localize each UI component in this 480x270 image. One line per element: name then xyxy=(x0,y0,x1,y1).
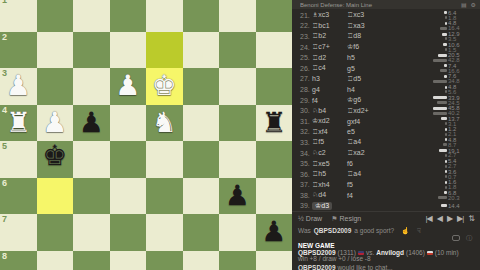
nav-last-icon[interactable]: ▶| xyxy=(457,215,463,223)
move-29-black[interactable]: ♔g6 xyxy=(347,96,389,104)
move-row-35: 35.♖xe5f65.42.7 xyxy=(300,158,480,169)
square-h3[interactable]: 3♟ xyxy=(0,68,37,105)
square-f8[interactable] xyxy=(73,251,110,270)
black-rook[interactable]: ♜ xyxy=(256,105,293,142)
black-time-bar: 1.8 xyxy=(432,15,480,20)
move-number: 26. xyxy=(300,65,312,72)
square-c1[interactable] xyxy=(183,0,220,32)
black-time-bar: 40.2 xyxy=(432,111,480,116)
move-33-black[interactable]: ♖a4 xyxy=(347,138,389,146)
square-b1[interactable] xyxy=(219,0,256,32)
square-b3[interactable] xyxy=(219,68,256,105)
black-king[interactable]: ♚ xyxy=(37,138,74,175)
draw-label: Draw xyxy=(306,215,322,222)
rank-label-6: 6 xyxy=(2,179,7,188)
move-25-black[interactable]: h5 xyxy=(347,54,389,61)
square-d3[interactable]: ♚ xyxy=(146,68,183,105)
move-times: 10.61.5 xyxy=(432,42,480,52)
new-game-title: NEW GAME xyxy=(298,242,474,249)
square-a5[interactable] xyxy=(256,141,293,178)
square-a3[interactable] xyxy=(256,68,293,105)
square-d2[interactable] xyxy=(146,32,183,69)
move-number: 27. xyxy=(300,75,312,82)
square-d7[interactable] xyxy=(146,214,183,251)
move-24-black[interactable]: ♔f6 xyxy=(347,43,389,51)
square-d5[interactable] xyxy=(146,141,183,178)
sport-suffix: a good sport? xyxy=(354,227,394,234)
black-time-bar: 16.6 xyxy=(432,68,480,73)
move-38-black[interactable]: f4 xyxy=(347,192,389,199)
black-time-bar: 1.5 xyxy=(432,47,480,52)
black-time-bar: 16.4 xyxy=(432,26,480,31)
chat-message: QBPSD2009 would like to chat... xyxy=(292,262,480,270)
move-30-white[interactable]: ♘b4 xyxy=(312,107,347,115)
chess-board[interactable]: 123♟♟♚4♜♟♟♞♜5♚6♟7♟8 xyxy=(0,0,292,270)
chat-username: QBPSD2009 xyxy=(298,264,336,270)
move-number: 35. xyxy=(300,160,312,167)
black-pawn[interactable]: ♟ xyxy=(73,105,110,142)
rank-label-1: 1 xyxy=(2,0,7,5)
square-e2[interactable] xyxy=(110,32,147,69)
game-sidebar: Benoni Defense: Main Line ▤ ⚙ 21.♗xc3♖xc… xyxy=(292,0,480,270)
move-23-white[interactable]: ♖b2 xyxy=(312,32,347,40)
move-25-white[interactable]: ♖d2 xyxy=(312,54,347,62)
square-b4[interactable] xyxy=(219,105,256,142)
nav-next-icon[interactable]: ▶ xyxy=(447,215,452,223)
move-32-black[interactable]: e5 xyxy=(347,128,389,135)
move-34-white[interactable]: ♘c2 xyxy=(312,149,347,157)
black-time-bar: 0.7 xyxy=(432,174,480,179)
move-times: 20.542.8 xyxy=(432,53,480,63)
chess-app: 123♟♟♚4♜♟♟♞♜5♚6♟7♟8 Benoni Defense: Main… xyxy=(0,0,480,270)
square-e1[interactable] xyxy=(110,0,147,32)
square-f3[interactable] xyxy=(73,68,110,105)
move-row-39: 39.♔d314.4 xyxy=(300,201,480,212)
black-time-bar: 3.1 xyxy=(432,121,480,126)
square-e4[interactable] xyxy=(110,105,147,142)
move-21-black[interactable]: ♖xc3 xyxy=(347,11,389,19)
square-f6[interactable] xyxy=(73,178,110,215)
move-number: 22. xyxy=(300,22,312,29)
move-row-32: 32.♖xf4e51.22.1 xyxy=(300,127,480,138)
resign-flag-icon: ⚑ xyxy=(331,215,337,222)
white-time-bar: 14.4 xyxy=(432,204,480,209)
move-33-white[interactable]: ♖f5 xyxy=(312,138,347,146)
move-23-black[interactable]: ♖d8 xyxy=(347,32,389,40)
move-35-black[interactable]: f6 xyxy=(347,160,389,167)
square-h7[interactable]: 7 xyxy=(0,214,37,251)
openings-book-icon[interactable]: ▤ xyxy=(461,2,467,8)
move-number: 32. xyxy=(300,128,312,135)
move-times: 14.4 xyxy=(432,204,480,209)
new-game-panel: NEW GAME QBPSD2009 (1311) vs. Anvilogd (… xyxy=(292,241,480,262)
move-row-29: 29.f4♔g633.924.5 xyxy=(300,95,480,106)
move-times: 4.85.6 xyxy=(432,85,480,95)
square-f2[interactable] xyxy=(73,32,110,69)
move-row-33: 33.♖f5♖a44.88.7 xyxy=(300,137,480,148)
sport-prefix: Was xyxy=(298,227,311,234)
move-37-white[interactable]: ♖xh4 xyxy=(312,181,347,189)
square-f4[interactable]: ♟ xyxy=(73,105,110,142)
move-22-black[interactable]: ♖xa3 xyxy=(347,22,389,30)
square-f5[interactable] xyxy=(73,141,110,178)
move-number: 37. xyxy=(300,181,312,188)
move-times: 4.88.7 xyxy=(432,138,480,148)
draw-button[interactable]: ½ Draw xyxy=(298,215,322,222)
black-pawn[interactable]: ♟ xyxy=(219,178,256,215)
square-d8[interactable] xyxy=(146,251,183,270)
move-21-white[interactable]: ♗xc3 xyxy=(312,11,347,19)
move-times: 4.816.4 xyxy=(432,21,480,31)
move-times: 7.416.6 xyxy=(432,63,480,73)
black-time-bar: 2.7 xyxy=(432,164,480,169)
move-number: 34. xyxy=(300,150,312,157)
time-control: (10 min) xyxy=(435,249,459,256)
white-rook[interactable]: ♜ xyxy=(0,105,37,142)
move-times: 45.840.2 xyxy=(432,106,480,116)
move-row-34: 34.♘c2♖xa219.12.7 xyxy=(300,148,480,159)
black-time-bar: 3.5 xyxy=(432,36,480,41)
square-h2[interactable]: 2 xyxy=(0,32,37,69)
square-d4[interactable]: ♞ xyxy=(146,105,183,142)
opening-name: Benoni Defense: Main Line xyxy=(300,2,457,8)
move-row-22: 22.♖bc1♖xa34.816.4 xyxy=(300,21,480,32)
square-h6[interactable]: 6 xyxy=(0,178,37,215)
square-b6[interactable]: ♟ xyxy=(219,178,256,215)
move-number: 30. xyxy=(300,107,312,114)
move-row-26: 26.♖c4g57.416.6 xyxy=(300,63,480,74)
square-a1[interactable] xyxy=(256,0,293,32)
resign-label: Resign xyxy=(339,215,361,222)
black-player-name[interactable]: Anvilogd xyxy=(376,249,404,256)
square-c5[interactable] xyxy=(183,141,220,178)
white-king[interactable]: ♚ xyxy=(146,68,183,105)
move-24-white[interactable]: ♖c7+ xyxy=(312,43,347,51)
move-36-black[interactable]: ♖a4 xyxy=(347,170,389,178)
move-26-white[interactable]: ♖c4 xyxy=(312,64,347,72)
square-c6[interactable] xyxy=(183,178,220,215)
move-times: 7.634.8 xyxy=(432,74,480,84)
move-26-black[interactable]: g5 xyxy=(347,65,389,72)
move-32-white[interactable]: ♖xf4 xyxy=(312,128,347,136)
move-39-white[interactable]: ♔d3 xyxy=(312,202,347,210)
square-g6[interactable] xyxy=(37,178,74,215)
move-times: 1.22.1 xyxy=(432,127,480,137)
game-controls: ½ Draw ⚑ Resign |◀◀▶▶|⇅ xyxy=(292,211,480,225)
square-b7[interactable] xyxy=(219,214,256,251)
square-f1[interactable] xyxy=(73,0,110,32)
black-time-bar: 5.6 xyxy=(432,89,480,94)
square-g5[interactable]: ♚ xyxy=(37,141,74,178)
square-g8[interactable] xyxy=(37,251,74,270)
move-nav-controls: |◀◀▶▶|⇅ xyxy=(426,215,474,223)
move-34-black[interactable]: ♖xa2 xyxy=(347,149,389,157)
square-d6[interactable] xyxy=(146,178,183,215)
move-28-white[interactable]: g4 xyxy=(312,86,347,93)
move-row-37: 37.♖xh4f51.61.8 xyxy=(300,180,480,191)
square-h8[interactable]: 8 xyxy=(0,251,37,270)
thumbs-up-icon[interactable]: ☝ xyxy=(401,227,410,234)
move-number: 39. xyxy=(300,202,312,209)
black-time-bar: 34.8 xyxy=(432,79,480,84)
black-time-bar: 42.8 xyxy=(432,58,480,63)
square-a6[interactable] xyxy=(256,178,293,215)
move-number: 36. xyxy=(300,171,312,178)
move-row-38: 38.♘d4f46.820.3 xyxy=(300,190,480,201)
move-times: 1.61.8 xyxy=(432,180,480,190)
square-a8[interactable] xyxy=(256,251,293,270)
square-c2[interactable] xyxy=(183,32,220,69)
half-point-icon: ½ xyxy=(298,215,304,222)
move-list: 21.♗xc3♖xc36.41.822.♖bc1♖xa34.816.423.♖b… xyxy=(292,9,480,211)
move-row-24: 24.♖c7+♔f610.61.5 xyxy=(300,42,480,53)
move-30-black[interactable]: ♖xd2+ xyxy=(347,107,389,115)
move-number: 24. xyxy=(300,44,312,51)
square-g4[interactable]: ♟ xyxy=(37,105,74,142)
move-35-white[interactable]: ♖xe5 xyxy=(312,160,347,168)
move-row-25: 25.♖d2h520.542.8 xyxy=(300,52,480,63)
black-time-bar: 2.7 xyxy=(432,153,480,158)
move-29-white[interactable]: f4 xyxy=(312,97,347,104)
sport-username: QBPSD2009 xyxy=(314,227,352,234)
rank-label-7: 7 xyxy=(2,215,7,224)
move-row-23: 23.♖b2♖d812.93.5 xyxy=(300,31,480,42)
move-times: 12.93.5 xyxy=(432,32,480,42)
move-27-white[interactable]: h3 xyxy=(312,75,347,82)
move-times: 3.60.7 xyxy=(432,169,480,179)
chat-text: would like to chat... xyxy=(336,264,393,270)
move-number: 28. xyxy=(300,86,312,93)
square-e7[interactable] xyxy=(110,214,147,251)
move-36-white[interactable]: ♖h5 xyxy=(312,170,347,178)
move-times: 6.820.3 xyxy=(432,191,480,201)
square-h5[interactable]: 5 xyxy=(0,141,37,178)
black-time-bar: 8.7 xyxy=(432,142,480,147)
square-e6[interactable] xyxy=(110,178,147,215)
square-c7[interactable] xyxy=(183,214,220,251)
white-pawn[interactable]: ♟ xyxy=(37,105,74,142)
black-time-bar: 20.3 xyxy=(432,195,480,200)
square-a4[interactable]: ♜ xyxy=(256,105,293,142)
square-e3[interactable]: ♟ xyxy=(110,68,147,105)
move-31-black[interactable]: gxf4 xyxy=(347,118,389,125)
square-a7[interactable]: ♟ xyxy=(256,214,293,251)
move-22-white[interactable]: ♖bc1 xyxy=(312,22,347,30)
move-28-black[interactable]: h4 xyxy=(347,86,389,93)
move-number: 38. xyxy=(300,192,312,199)
move-row-36: 36.♖h5♖a43.60.7 xyxy=(300,169,480,180)
nav-collapse-icon[interactable]: ⇅ xyxy=(468,215,474,223)
square-e5[interactable] xyxy=(110,141,147,178)
black-pawn[interactable]: ♟ xyxy=(256,214,293,251)
move-number: 31. xyxy=(300,118,312,125)
black-time-bar: 2.1 xyxy=(432,132,480,137)
move-times: 19.12.7 xyxy=(432,148,480,158)
thumbs-down-icon[interactable]: ☟ xyxy=(417,227,421,234)
move-number: 21. xyxy=(300,12,312,19)
move-number: 33. xyxy=(300,139,312,146)
square-h4[interactable]: 4♜ xyxy=(0,105,37,142)
rank-label-2: 2 xyxy=(2,33,7,42)
move-row-21: 21.♗xc3♖xc36.41.8 xyxy=(300,10,480,21)
resign-button[interactable]: ⚑ Resign xyxy=(331,215,361,222)
white-pawn[interactable]: ♟ xyxy=(0,68,37,105)
opening-bar: Benoni Defense: Main Line ▤ ⚙ xyxy=(292,0,480,9)
move-number: 29. xyxy=(300,97,312,104)
good-sport-prompt: Was QBPSD2009 a good sport? ☝ ☟ xyxy=(292,225,480,235)
rank-label-8: 8 xyxy=(2,252,7,261)
move-times: 6.41.8 xyxy=(432,10,480,20)
square-b5[interactable] xyxy=(219,141,256,178)
nav-first-icon[interactable]: |◀ xyxy=(426,215,432,223)
square-c3[interactable] xyxy=(183,68,220,105)
move-row-27: 27.h3♖d57.634.8 xyxy=(300,74,480,85)
square-a2[interactable] xyxy=(256,32,293,69)
black-time-bar: 1.8 xyxy=(432,185,480,190)
square-g1[interactable] xyxy=(37,0,74,32)
move-row-30: 30.♘b4♖xd2+45.840.2 xyxy=(300,105,480,116)
white-knight[interactable]: ♞ xyxy=(146,105,183,142)
move-row-28: 28.g4h44.85.6 xyxy=(300,84,480,95)
black-player-rating: (1406) xyxy=(406,249,425,256)
move-number: 23. xyxy=(300,33,312,40)
square-d1[interactable] xyxy=(146,0,183,32)
square-g7[interactable] xyxy=(37,214,74,251)
move-38-white[interactable]: ♘d4 xyxy=(312,191,347,199)
white-pawn[interactable]: ♟ xyxy=(110,68,147,105)
move-row-31: 31.♔xd2gxf413.73.1 xyxy=(300,116,480,127)
move-number: 25. xyxy=(300,54,312,61)
square-c8[interactable] xyxy=(183,251,220,270)
move-times: 13.73.1 xyxy=(432,116,480,126)
settings-gear-icon[interactable]: ⚙ xyxy=(471,2,476,8)
square-e8[interactable] xyxy=(110,251,147,270)
move-37-black[interactable]: f5 xyxy=(347,181,389,188)
black-time-bar: 24.5 xyxy=(432,100,480,105)
square-b8[interactable] xyxy=(219,251,256,270)
black-player-flag-icon xyxy=(427,251,433,255)
white-player-flag-icon xyxy=(358,251,364,255)
rank-label-5: 5 xyxy=(2,142,7,151)
square-g3[interactable] xyxy=(37,68,74,105)
square-h1[interactable]: 1 xyxy=(0,0,37,32)
square-g2[interactable] xyxy=(37,32,74,69)
nav-prev-icon[interactable]: ◀ xyxy=(437,215,442,223)
move-times: 5.42.7 xyxy=(432,159,480,169)
move-27-black[interactable]: ♖d5 xyxy=(347,75,389,83)
square-b2[interactable] xyxy=(219,32,256,69)
square-c4[interactable] xyxy=(183,105,220,142)
square-f7[interactable] xyxy=(73,214,110,251)
move-31-white[interactable]: ♔xd2 xyxy=(312,117,347,125)
move-times: 33.924.5 xyxy=(432,95,480,105)
